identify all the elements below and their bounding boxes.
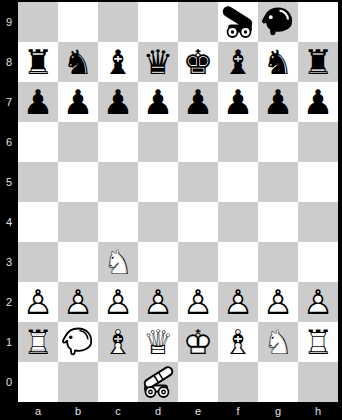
piece-black-pawn[interactable]: ♟	[138, 82, 178, 122]
square-d9[interactable]	[138, 2, 178, 42]
white-king-outline: ♔	[178, 322, 218, 362]
square-a5[interactable]	[18, 162, 58, 202]
cannon-icon-wrap	[218, 2, 258, 42]
rank-label-1: 1	[0, 322, 18, 362]
white-pawn-outline: ♙	[18, 282, 58, 322]
file-label-b: b	[58, 402, 98, 420]
white-knight-outline: ♘	[98, 242, 138, 282]
black-pawn-glyph: ♟	[258, 82, 298, 122]
square-c3[interactable]: ♞♘	[98, 242, 138, 282]
black-king-glyph: ♚	[178, 42, 218, 82]
white-bishop-outline: ♗	[218, 322, 258, 362]
elephant-icon-wrap	[258, 2, 298, 42]
rank-label-0: 0	[0, 362, 18, 402]
square-c6[interactable]	[98, 122, 138, 162]
square-f6[interactable]	[218, 122, 258, 162]
square-c2[interactable]: ♟♙	[98, 282, 138, 322]
square-c9[interactable]	[98, 2, 138, 42]
white-pawn-outline: ♙	[218, 282, 258, 322]
square-b7[interactable]: ♟	[58, 82, 98, 122]
piece-white-elephant[interactable]	[58, 322, 98, 362]
white-knight-outline: ♘	[258, 322, 298, 362]
rank-label-8: 8	[0, 42, 18, 82]
square-b1[interactable]	[58, 322, 98, 362]
elephant-icon	[258, 2, 298, 42]
white-pawn-outline: ♙	[138, 282, 178, 322]
square-f5[interactable]	[218, 162, 258, 202]
piece-white-knight[interactable]: ♞♘	[258, 322, 298, 362]
square-c7[interactable]: ♟	[98, 82, 138, 122]
piece-white-pawn[interactable]: ♟♙	[58, 282, 98, 322]
piece-white-rook[interactable]: ♜♖	[18, 322, 58, 362]
rank-label-4: 4	[0, 202, 18, 242]
piece-black-pawn[interactable]: ♟	[218, 82, 258, 122]
square-c1[interactable]: ♝♗	[98, 322, 138, 362]
square-b3[interactable]	[58, 242, 98, 282]
piece-white-king[interactable]: ♚♔	[178, 322, 218, 362]
piece-black-pawn[interactable]: ♟	[18, 82, 58, 122]
square-e6[interactable]	[178, 122, 218, 162]
square-e8[interactable]: ♚	[178, 42, 218, 82]
square-c8[interactable]: ♝	[98, 42, 138, 82]
white-bishop-outline: ♗	[98, 322, 138, 362]
black-bishop-glyph: ♝	[98, 42, 138, 82]
square-h7[interactable]: ♟	[298, 82, 338, 122]
square-a6[interactable]	[18, 122, 58, 162]
black-knight-glyph: ♞	[58, 42, 98, 82]
square-e4[interactable]	[178, 202, 218, 242]
square-b4[interactable]	[58, 202, 98, 242]
piece-black-rook[interactable]: ♜	[18, 42, 58, 82]
square-g3[interactable]	[258, 242, 298, 282]
file-label-c: c	[98, 402, 138, 420]
square-h6[interactable]	[298, 122, 338, 162]
square-e3[interactable]	[178, 242, 218, 282]
square-d7[interactable]: ♟	[138, 82, 178, 122]
black-rook-glyph: ♜	[18, 42, 58, 82]
cannon-icon	[138, 362, 178, 402]
cannon-icon-wrap	[138, 362, 178, 402]
square-d8[interactable]: ♛	[138, 42, 178, 82]
square-f8[interactable]: ♝	[218, 42, 258, 82]
square-h1[interactable]: ♜♖	[298, 322, 338, 362]
file-label-e: e	[178, 402, 218, 420]
square-d1[interactable]: ♛♕	[138, 322, 178, 362]
piece-black-king[interactable]: ♚	[178, 42, 218, 82]
piece-white-bishop[interactable]: ♝♗	[218, 322, 258, 362]
piece-white-pawn[interactable]: ♟♙	[218, 282, 258, 322]
piece-black-bishop[interactable]: ♝	[98, 42, 138, 82]
square-f0[interactable]	[218, 362, 258, 402]
square-h4[interactable]	[298, 202, 338, 242]
piece-black-queen[interactable]: ♛	[138, 42, 178, 82]
square-a1[interactable]: ♜♖	[18, 322, 58, 362]
rank-label-9: 9	[0, 2, 18, 42]
rank-label-2: 2	[0, 282, 18, 322]
white-rook-outline: ♖	[18, 322, 58, 362]
white-rook-outline: ♖	[298, 322, 338, 362]
piece-white-pawn[interactable]: ♟♙	[178, 282, 218, 322]
square-f1[interactable]: ♝♗	[218, 322, 258, 362]
square-f7[interactable]: ♟	[218, 82, 258, 122]
square-g7[interactable]: ♟	[258, 82, 298, 122]
square-f9[interactable]	[218, 2, 258, 42]
square-b8[interactable]: ♞	[58, 42, 98, 82]
piece-white-pawn[interactable]: ♟♙	[18, 282, 58, 322]
piece-white-rook[interactable]: ♜♖	[298, 322, 338, 362]
square-a8[interactable]: ♜	[18, 42, 58, 82]
square-d2[interactable]: ♟♙	[138, 282, 178, 322]
square-h5[interactable]	[298, 162, 338, 202]
square-b5[interactable]	[58, 162, 98, 202]
square-b0[interactable]	[58, 362, 98, 402]
square-a9[interactable]	[18, 2, 58, 42]
square-h2[interactable]: ♟♙	[298, 282, 338, 322]
square-e0[interactable]	[178, 362, 218, 402]
square-h9[interactable]	[298, 2, 338, 42]
square-f3[interactable]	[218, 242, 258, 282]
square-a0[interactable]	[18, 362, 58, 402]
white-pawn-outline: ♙	[58, 282, 98, 322]
square-h3[interactable]	[298, 242, 338, 282]
rank-label-3: 3	[0, 242, 18, 282]
file-label-d: d	[138, 402, 178, 420]
board-grid: ♜♞♝♛♚♝♞♜♟♟♟♟♟♟♟♟♞♘♟♙♟♙♟♙♟♙♟♙♟♙♟♙♟♙♜♖ ♝♗♛…	[18, 2, 338, 402]
square-g2[interactable]: ♟♙	[258, 282, 298, 322]
piece-white-pawn[interactable]: ♟♙	[138, 282, 178, 322]
square-d4[interactable]	[138, 202, 178, 242]
square-g4[interactable]	[258, 202, 298, 242]
square-h8[interactable]: ♜	[298, 42, 338, 82]
file-label-a: a	[18, 402, 58, 420]
square-b6[interactable]	[58, 122, 98, 162]
black-queen-glyph: ♛	[138, 42, 178, 82]
piece-black-elephant[interactable]	[258, 2, 298, 42]
board-frame: 9876543210 ♜♞♝♛♚♝♞♜♟♟♟♟♟♟♟♟♞♘♟♙♟♙♟♙♟♙♟♙♟…	[0, 0, 342, 420]
piece-black-knight[interactable]: ♞	[58, 42, 98, 82]
black-pawn-glyph: ♟	[218, 82, 258, 122]
square-f4[interactable]	[218, 202, 258, 242]
piece-black-pawn[interactable]: ♟	[58, 82, 98, 122]
rank-labels: 9876543210	[0, 2, 18, 402]
square-e2[interactable]: ♟♙	[178, 282, 218, 322]
piece-black-rook[interactable]: ♜	[298, 42, 338, 82]
piece-white-pawn[interactable]: ♟♙	[258, 282, 298, 322]
black-pawn-glyph: ♟	[98, 82, 138, 122]
square-c4[interactable]	[98, 202, 138, 242]
elephant-icon	[58, 322, 98, 362]
square-g5[interactable]	[258, 162, 298, 202]
square-g1[interactable]: ♞♘	[258, 322, 298, 362]
black-pawn-glyph: ♟	[298, 82, 338, 122]
piece-black-bishop[interactable]: ♝	[218, 42, 258, 82]
square-d6[interactable]	[138, 122, 178, 162]
square-b2[interactable]: ♟♙	[58, 282, 98, 322]
black-knight-glyph: ♞	[258, 42, 298, 82]
piece-black-pawn[interactable]: ♟	[298, 82, 338, 122]
file-label-h: h	[298, 402, 338, 420]
piece-white-bishop[interactable]: ♝♗	[98, 322, 138, 362]
file-labels: abcdefgh	[18, 402, 338, 420]
square-a7[interactable]: ♟	[18, 82, 58, 122]
square-e9[interactable]	[178, 2, 218, 42]
square-a3[interactable]	[18, 242, 58, 282]
square-h0[interactable]	[298, 362, 338, 402]
square-f2[interactable]: ♟♙	[218, 282, 258, 322]
piece-white-pawn[interactable]: ♟♙	[98, 282, 138, 322]
black-pawn-glyph: ♟	[18, 82, 58, 122]
square-d0[interactable]	[138, 362, 178, 402]
square-d5[interactable]	[138, 162, 178, 202]
file-label-g: g	[258, 402, 298, 420]
rank-label-5: 5	[0, 162, 18, 202]
black-pawn-glyph: ♟	[58, 82, 98, 122]
square-e7[interactable]: ♟	[178, 82, 218, 122]
black-bishop-glyph: ♝	[218, 42, 258, 82]
rank-label-7: 7	[0, 82, 18, 122]
white-pawn-outline: ♙	[178, 282, 218, 322]
square-e1[interactable]: ♚♔	[178, 322, 218, 362]
black-rook-glyph: ♜	[298, 42, 338, 82]
white-pawn-outline: ♙	[258, 282, 298, 322]
square-a4[interactable]	[18, 202, 58, 242]
piece-white-pawn[interactable]: ♟♙	[298, 282, 338, 322]
white-pawn-outline: ♙	[298, 282, 338, 322]
black-pawn-glyph: ♟	[178, 82, 218, 122]
black-pawn-glyph: ♟	[138, 82, 178, 122]
piece-black-pawn[interactable]: ♟	[178, 82, 218, 122]
square-c5[interactable]	[98, 162, 138, 202]
rank-label-6: 6	[0, 122, 18, 162]
square-g0[interactable]	[258, 362, 298, 402]
piece-white-queen[interactable]: ♛♕	[138, 322, 178, 362]
square-e5[interactable]	[178, 162, 218, 202]
elephant-icon-wrap	[58, 322, 98, 362]
piece-black-pawn[interactable]: ♟	[258, 82, 298, 122]
square-g9[interactable]	[258, 2, 298, 42]
square-g8[interactable]: ♞	[258, 42, 298, 82]
piece-white-cannon[interactable]	[138, 362, 178, 402]
white-pawn-outline: ♙	[98, 282, 138, 322]
file-label-f: f	[218, 402, 258, 420]
cannon-icon	[218, 2, 258, 42]
piece-white-knight[interactable]: ♞♘	[98, 242, 138, 282]
white-queen-outline: ♕	[138, 322, 178, 362]
piece-black-cannon[interactable]	[218, 2, 258, 42]
piece-black-pawn[interactable]: ♟	[98, 82, 138, 122]
square-d3[interactable]	[138, 242, 178, 282]
square-a2[interactable]: ♟♙	[18, 282, 58, 322]
square-b9[interactable]	[58, 2, 98, 42]
square-c0[interactable]	[98, 362, 138, 402]
square-g6[interactable]	[258, 122, 298, 162]
piece-black-knight[interactable]: ♞	[258, 42, 298, 82]
